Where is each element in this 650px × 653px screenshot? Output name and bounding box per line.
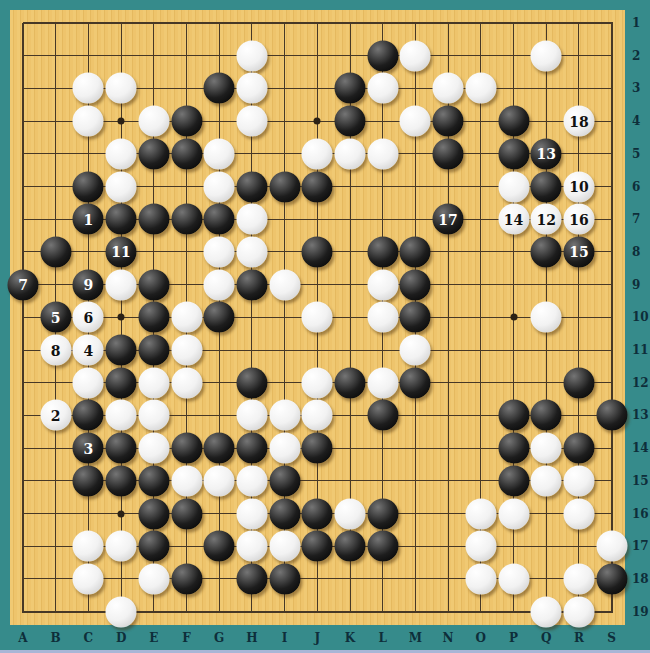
stone-black (204, 433, 235, 464)
stone-black (269, 498, 300, 529)
stone-white (302, 400, 333, 431)
hoshi-point (118, 118, 125, 125)
stone-black (563, 367, 594, 398)
row-number-label: 8 (632, 245, 640, 259)
row-number-label: 3 (632, 81, 640, 95)
stone-white: 14 (498, 204, 529, 235)
stone-white (138, 106, 169, 137)
stone-white: 6 (73, 302, 104, 333)
column-letter-label: O (476, 631, 486, 645)
stone-white (335, 498, 366, 529)
stone-black (433, 138, 464, 169)
stone-black (335, 531, 366, 562)
stone-white (563, 465, 594, 496)
stone-white (204, 138, 235, 169)
stone-black: 15 (563, 236, 594, 267)
stone-white (106, 138, 137, 169)
stone-black (204, 302, 235, 333)
stone-black: 17 (433, 204, 464, 235)
stone-black (106, 367, 137, 398)
stone-white (106, 596, 137, 627)
stone-white (531, 596, 562, 627)
stone-black (138, 531, 169, 562)
column-letter-label: H (246, 631, 257, 645)
stone-black (367, 400, 398, 431)
stone-white (563, 498, 594, 529)
stone-black (498, 138, 529, 169)
stone-white (236, 204, 267, 235)
stone-white (269, 400, 300, 431)
stone-white (563, 596, 594, 627)
row-number-label: 19 (632, 605, 649, 619)
stone-black (531, 171, 562, 202)
stone-black (204, 531, 235, 562)
stone-white: 16 (563, 204, 594, 235)
stone-white (367, 138, 398, 169)
stone-white (269, 531, 300, 562)
stone-white (236, 465, 267, 496)
stone-black (269, 563, 300, 594)
column-letter-label: S (607, 631, 616, 645)
row-number-label: 11 (632, 343, 649, 357)
stone-black (171, 563, 202, 594)
row-number-label: 14 (632, 441, 649, 455)
column-letter-label: C (84, 631, 94, 645)
stone-white: 12 (531, 204, 562, 235)
stone-white (171, 465, 202, 496)
move-number-label: 17 (438, 212, 457, 226)
stone-black (367, 236, 398, 267)
stone-black (204, 204, 235, 235)
column-letter-label: R (574, 631, 584, 645)
column-letter-label: Q (541, 631, 551, 645)
row-number-label: 5 (632, 147, 640, 161)
row-number-label: 2 (632, 49, 640, 63)
stone-white (596, 531, 627, 562)
stone-white (138, 433, 169, 464)
stone-black (596, 400, 627, 431)
row-number-label: 18 (632, 572, 649, 586)
stone-white (531, 465, 562, 496)
stone-black: 9 (73, 269, 104, 300)
stone-black (367, 498, 398, 529)
stone-black (171, 498, 202, 529)
hoshi-point (314, 118, 321, 125)
stone-black (400, 269, 431, 300)
stone-white (106, 73, 137, 104)
stone-white (236, 106, 267, 137)
row-number-label: 16 (632, 507, 649, 521)
move-number-label: 1 (84, 212, 94, 226)
column-letter-label: G (214, 631, 224, 645)
move-number-label: 14 (504, 212, 523, 226)
stone-white (335, 138, 366, 169)
stone-white (106, 269, 137, 300)
column-letter-label: D (116, 631, 126, 645)
stone-black (171, 138, 202, 169)
stone-black (204, 73, 235, 104)
stone-white (171, 335, 202, 366)
stone-black (138, 204, 169, 235)
hoshi-point (118, 314, 125, 321)
stone-white (531, 40, 562, 71)
stone-white (171, 367, 202, 398)
column-letter-label: L (378, 631, 386, 645)
move-number-label: 3 (84, 441, 94, 455)
column-letter-label: A (18, 631, 27, 645)
stone-black: 11 (106, 236, 137, 267)
column-letter-label: K (345, 631, 355, 645)
column-letter-label: E (149, 631, 158, 645)
stone-white (106, 400, 137, 431)
stone-black (236, 433, 267, 464)
row-number-label: 9 (632, 278, 640, 292)
stone-black (171, 106, 202, 137)
stone-black (138, 302, 169, 333)
stone-white (236, 236, 267, 267)
column-letter-label: M (409, 631, 422, 645)
stone-white: 8 (40, 335, 71, 366)
move-number-label: 6 (84, 310, 94, 324)
stone-black (269, 171, 300, 202)
stone-black (302, 236, 333, 267)
stone-white (269, 433, 300, 464)
stone-white (302, 302, 333, 333)
row-number-label: 12 (632, 376, 649, 390)
stone-white (73, 106, 104, 137)
stone-black (106, 335, 137, 366)
stone-black (563, 433, 594, 464)
column-letter-label: J (314, 631, 320, 645)
stone-white (269, 269, 300, 300)
stone-white (498, 171, 529, 202)
stone-white (236, 73, 267, 104)
row-number-label: 6 (632, 180, 640, 194)
stone-black (335, 106, 366, 137)
column-letter-label: N (443, 631, 454, 645)
column-letter-label: I (282, 631, 288, 645)
move-number-label: 9 (84, 278, 94, 292)
stone-black: 13 (531, 138, 562, 169)
stone-black: 3 (73, 433, 104, 464)
stone-white (106, 171, 137, 202)
row-number-label: 7 (632, 212, 640, 226)
stone-white: 18 (563, 106, 594, 137)
stone-black (106, 465, 137, 496)
stone-black (40, 236, 71, 267)
stone-black: 5 (40, 302, 71, 333)
stone-white: 4 (73, 335, 104, 366)
stone-white (367, 367, 398, 398)
stone-black (138, 498, 169, 529)
move-number-label: 8 (51, 343, 61, 357)
stone-black (236, 563, 267, 594)
stone-white (236, 498, 267, 529)
stone-white (236, 531, 267, 562)
stone-black (498, 433, 529, 464)
stone-black (302, 171, 333, 202)
stone-black (302, 531, 333, 562)
stone-white (465, 73, 496, 104)
stone-black: 1 (73, 204, 104, 235)
stone-white (73, 563, 104, 594)
grid-line (23, 22, 613, 24)
row-number-label: 13 (632, 408, 649, 422)
go-client-window: 181310117141216111579568423 ABCDEFGHIJKL… (0, 0, 650, 653)
row-number-label: 17 (632, 539, 649, 553)
move-number-label: 13 (536, 147, 555, 161)
stone-black (138, 138, 169, 169)
stone-white (73, 367, 104, 398)
column-letter-label: P (509, 631, 518, 645)
stone-black (302, 498, 333, 529)
stone-white (73, 73, 104, 104)
stone-white (302, 138, 333, 169)
move-number-label: 18 (569, 114, 588, 128)
stone-white (302, 367, 333, 398)
stone-white (563, 563, 594, 594)
stone-black (73, 400, 104, 431)
stone-white (433, 73, 464, 104)
stone-white (465, 498, 496, 529)
grid-line (22, 23, 24, 613)
stone-black (236, 367, 267, 398)
stone-black (367, 40, 398, 71)
stone-white (531, 302, 562, 333)
stone-black (400, 302, 431, 333)
stone-black (171, 433, 202, 464)
stone-white (367, 73, 398, 104)
stone-white (498, 498, 529, 529)
stone-black (236, 171, 267, 202)
stone-white: 2 (40, 400, 71, 431)
stone-black (335, 367, 366, 398)
move-number-label: 16 (569, 212, 588, 226)
stone-white (204, 269, 235, 300)
stone-black (302, 433, 333, 464)
stone-black (498, 465, 529, 496)
stone-white (106, 531, 137, 562)
stone-white: 10 (563, 171, 594, 202)
stone-white (531, 433, 562, 464)
stone-black (73, 171, 104, 202)
stone-black (531, 236, 562, 267)
stone-white (204, 171, 235, 202)
grid-line (611, 23, 613, 613)
go-board[interactable]: 181310117141216111579568423 (10, 10, 625, 625)
move-number-label: 4 (84, 343, 94, 357)
stone-white (400, 335, 431, 366)
stone-white (171, 302, 202, 333)
stone-black (498, 106, 529, 137)
stone-white (236, 400, 267, 431)
column-letter-label: B (51, 631, 61, 645)
hoshi-point (510, 314, 517, 321)
stone-white (204, 465, 235, 496)
stone-black (138, 335, 169, 366)
stone-black (73, 465, 104, 496)
move-number-label: 10 (569, 180, 588, 194)
stone-black (236, 269, 267, 300)
stone-white (367, 302, 398, 333)
column-letter-label: F (182, 631, 191, 645)
stone-white (400, 40, 431, 71)
stone-black (498, 400, 529, 431)
move-number-label: 12 (536, 212, 555, 226)
stone-black (269, 465, 300, 496)
move-number-label: 7 (18, 278, 28, 292)
stone-white (465, 563, 496, 594)
stone-white (73, 531, 104, 562)
stone-black (531, 400, 562, 431)
stone-black (400, 367, 431, 398)
stone-black (106, 433, 137, 464)
stone-white (367, 269, 398, 300)
stone-black (596, 563, 627, 594)
stone-white (498, 563, 529, 594)
hoshi-point (118, 510, 125, 517)
stone-black (138, 465, 169, 496)
stone-white (138, 563, 169, 594)
row-number-label: 10 (632, 310, 649, 324)
stone-black (433, 106, 464, 137)
stone-black (400, 236, 431, 267)
stone-white (236, 40, 267, 71)
stone-white (465, 531, 496, 562)
move-number-label: 11 (111, 245, 130, 259)
stone-white (138, 400, 169, 431)
move-number-label: 2 (51, 408, 61, 422)
move-number-label: 15 (569, 245, 588, 259)
stone-white (400, 106, 431, 137)
stone-black (106, 204, 137, 235)
stone-black (335, 73, 366, 104)
grid-line (23, 55, 613, 56)
row-number-label: 1 (632, 16, 640, 30)
row-number-label: 4 (632, 114, 640, 128)
stone-black: 7 (8, 269, 39, 300)
row-number-label: 15 (632, 474, 649, 488)
stone-white (138, 367, 169, 398)
stone-white (204, 236, 235, 267)
stone-black (367, 531, 398, 562)
stone-black (138, 269, 169, 300)
stone-black (171, 204, 202, 235)
move-number-label: 5 (51, 310, 61, 324)
